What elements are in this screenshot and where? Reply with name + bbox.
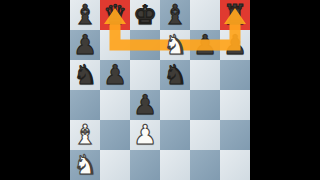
piece-black-pawn-d6[interactable]: ♟: [100, 60, 130, 90]
piece-black-rook-h8[interactable]: ♜: [220, 0, 250, 30]
square-d7[interactable]: [100, 30, 130, 60]
square-f4[interactable]: [160, 120, 190, 150]
square-h4[interactable]: [220, 120, 250, 150]
square-g6[interactable]: [190, 60, 220, 90]
piece-black-pawn-g7[interactable]: ♟: [190, 30, 220, 60]
square-h6[interactable]: [220, 60, 250, 90]
piece-black-knight-c6[interactable]: ♞: [70, 60, 100, 90]
piece-black-bishop-c8[interactable]: ♝: [70, 0, 100, 30]
piece-black-pawn-h7[interactable]: ♟: [220, 30, 250, 60]
square-d5[interactable]: [100, 90, 130, 120]
piece-black-knight-f6[interactable]: ♞: [160, 60, 190, 90]
square-d4[interactable]: [100, 120, 130, 150]
square-d3[interactable]: [100, 150, 130, 180]
square-f3[interactable]: [160, 150, 190, 180]
piece-black-pawn-c7[interactable]: ♟: [70, 30, 100, 60]
piece-black-pawn-e5[interactable]: ♟: [130, 90, 160, 120]
square-g5[interactable]: [190, 90, 220, 120]
square-g3[interactable]: [190, 150, 220, 180]
piece-black-king-e8[interactable]: ♚: [130, 0, 160, 30]
piece-black-queen-d8[interactable]: ♛: [100, 0, 130, 30]
square-h5[interactable]: [220, 90, 250, 120]
square-e6[interactable]: [130, 60, 160, 90]
letterbox-left: [0, 0, 70, 180]
chess-board: ♝♛♚♝♜♟♞♟♟♞♟♞♟♝♟♞: [70, 0, 250, 180]
square-e7[interactable]: [130, 30, 160, 60]
square-f5[interactable]: [160, 90, 190, 120]
square-c5[interactable]: [70, 90, 100, 120]
piece-white-bishop-c4[interactable]: ♝: [70, 120, 100, 150]
video-frame: ♝♛♚♝♜♟♞♟♟♞♟♞♟♝♟♞: [0, 0, 320, 180]
square-g4[interactable]: [190, 120, 220, 150]
square-e3[interactable]: [130, 150, 160, 180]
piece-white-knight-f7[interactable]: ♞: [160, 30, 190, 60]
piece-white-pawn-e4[interactable]: ♟: [130, 120, 160, 150]
square-h3[interactable]: [220, 150, 250, 180]
piece-black-bishop-f8[interactable]: ♝: [160, 0, 190, 30]
square-g8[interactable]: [190, 0, 220, 30]
letterbox-right: [250, 0, 320, 180]
piece-white-knight-c3[interactable]: ♞: [70, 150, 100, 180]
